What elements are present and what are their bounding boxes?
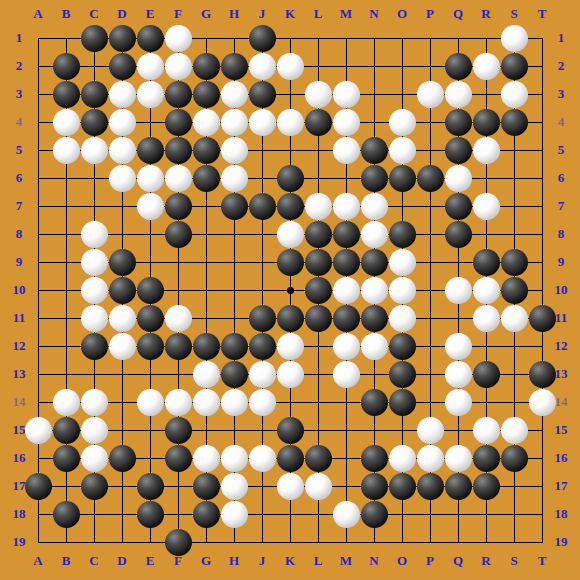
stone-white-H16[interactable] [221,445,248,472]
col-label-bottom: N [360,549,388,573]
stone-black-Q17[interactable] [445,473,472,500]
row-label-right: 10 [547,278,575,302]
stone-black-E1[interactable] [137,25,164,52]
stone-white-P15[interactable] [417,417,444,444]
stone-white-O4[interactable] [389,109,416,136]
row-label-right: 7 [547,194,575,218]
stone-white-Q6[interactable] [445,165,472,192]
stone-black-K7[interactable] [277,193,304,220]
stone-black-O14[interactable] [389,389,416,416]
stone-black-L8[interactable] [305,221,332,248]
stone-white-F11[interactable] [165,305,192,332]
stone-white-S11[interactable] [501,305,528,332]
stone-black-L4[interactable] [305,109,332,136]
stone-white-D11[interactable] [109,305,136,332]
stone-white-K17[interactable] [277,473,304,500]
row-label-right: 17 [547,474,575,498]
stone-black-F19[interactable] [165,529,192,556]
stone-white-L7[interactable] [305,193,332,220]
stone-white-E14[interactable] [137,389,164,416]
stone-white-Q14[interactable] [445,389,472,416]
stone-black-J1[interactable] [249,25,276,52]
stone-black-G6[interactable] [193,165,220,192]
stone-white-C9[interactable] [81,249,108,276]
stone-black-E11[interactable] [137,305,164,332]
row-label-left: 2 [5,54,33,78]
stone-black-S16[interactable] [501,445,528,472]
stone-black-G12[interactable] [193,333,220,360]
stone-white-D4[interactable] [109,109,136,136]
stone-black-C12[interactable] [81,333,108,360]
col-label-top: B [52,2,80,26]
stone-white-J13[interactable] [249,361,276,388]
stone-black-D10[interactable] [109,277,136,304]
stone-black-J7[interactable] [249,193,276,220]
row-label-right: 1 [547,26,575,50]
stone-white-K4[interactable] [277,109,304,136]
stone-black-S10[interactable] [501,277,528,304]
col-label-top: L [304,2,332,26]
stone-black-F15[interactable] [165,417,192,444]
row-label-left: 6 [5,166,33,190]
stone-black-G2[interactable] [193,53,220,80]
col-label-top: N [360,2,388,26]
stone-white-Q16[interactable] [445,445,472,472]
row-label-left: 18 [5,502,33,526]
stone-black-J11[interactable] [249,305,276,332]
row-label-right: 9 [547,250,575,274]
row-label-left: 7 [5,194,33,218]
stone-black-L10[interactable] [305,277,332,304]
stone-black-G3[interactable] [193,81,220,108]
row-label-left: 3 [5,82,33,106]
stone-black-T11[interactable] [529,305,556,332]
stone-black-O13[interactable] [389,361,416,388]
stone-black-Q2[interactable] [445,53,472,80]
stone-black-P17[interactable] [417,473,444,500]
stone-black-R16[interactable] [473,445,500,472]
row-label-left: 9 [5,250,33,274]
stone-black-F12[interactable] [165,333,192,360]
stone-white-S15[interactable] [501,417,528,444]
stone-white-R7[interactable] [473,193,500,220]
stone-white-M13[interactable] [333,361,360,388]
stone-white-Q12[interactable] [445,333,472,360]
col-label-top: E [136,2,164,26]
stone-white-C14[interactable] [81,389,108,416]
stone-black-P6[interactable] [417,165,444,192]
stone-black-S4[interactable] [501,109,528,136]
stone-black-D9[interactable] [109,249,136,276]
stone-black-F8[interactable] [165,221,192,248]
stone-white-O5[interactable] [389,137,416,164]
stone-white-C11[interactable] [81,305,108,332]
stone-black-N14[interactable] [361,389,388,416]
row-label-right: 4 [547,110,575,134]
stone-white-C16[interactable] [81,445,108,472]
stone-black-R9[interactable] [473,249,500,276]
stone-black-M8[interactable] [333,221,360,248]
col-label-bottom: O [388,549,416,573]
stone-black-R4[interactable] [473,109,500,136]
stone-white-M12[interactable] [333,333,360,360]
stone-black-F7[interactable] [165,193,192,220]
stone-black-Q4[interactable] [445,109,472,136]
row-label-right: 2 [547,54,575,78]
row-label-left: 12 [5,334,33,358]
col-label-bottom: J [248,549,276,573]
stone-white-M4[interactable] [333,109,360,136]
stone-white-F1[interactable] [165,25,192,52]
stone-white-R11[interactable] [473,305,500,332]
stone-black-E12[interactable] [137,333,164,360]
stone-black-E18[interactable] [137,501,164,528]
stone-black-C3[interactable] [81,81,108,108]
row-label-left: 14 [5,390,33,414]
col-label-top: C [80,2,108,26]
col-label-top: O [388,2,416,26]
stone-black-Q7[interactable] [445,193,472,220]
stone-black-C17[interactable] [81,473,108,500]
stone-black-D2[interactable] [109,53,136,80]
stone-white-G4[interactable] [193,109,220,136]
col-label-top: M [332,2,360,26]
stone-white-G13[interactable] [193,361,220,388]
stone-black-L9[interactable] [305,249,332,276]
col-label-bottom: E [136,549,164,573]
stone-black-H12[interactable] [221,333,248,360]
row-label-left: 19 [5,530,33,554]
stone-black-D1[interactable] [109,25,136,52]
stone-white-E6[interactable] [137,165,164,192]
stone-black-F16[interactable] [165,445,192,472]
row-label-left: 11 [5,306,33,330]
stone-white-L17[interactable] [305,473,332,500]
stone-white-C10[interactable] [81,277,108,304]
stone-black-K15[interactable] [277,417,304,444]
stone-black-L16[interactable] [305,445,332,472]
stone-white-R5[interactable] [473,137,500,164]
col-label-top: A [24,2,52,26]
stone-white-O9[interactable] [389,249,416,276]
stone-black-Q5[interactable] [445,137,472,164]
stone-white-M7[interactable] [333,193,360,220]
stone-black-E5[interactable] [137,137,164,164]
stone-black-N11[interactable] [361,305,388,332]
stone-white-E3[interactable] [137,81,164,108]
stone-black-C1[interactable] [81,25,108,52]
stone-white-K8[interactable] [277,221,304,248]
stone-white-O16[interactable] [389,445,416,472]
stone-white-G14[interactable] [193,389,220,416]
col-label-bottom: K [276,549,304,573]
stone-white-R10[interactable] [473,277,500,304]
stone-white-J2[interactable] [249,53,276,80]
stone-black-T13[interactable] [529,361,556,388]
stone-white-Q10[interactable] [445,277,472,304]
col-label-top: P [416,2,444,26]
stone-white-E7[interactable] [137,193,164,220]
stone-black-K11[interactable] [277,305,304,332]
stone-black-R17[interactable] [473,473,500,500]
stone-white-N12[interactable] [361,333,388,360]
stone-black-F3[interactable] [165,81,192,108]
stone-black-H13[interactable] [221,361,248,388]
stone-white-C8[interactable] [81,221,108,248]
row-label-left: 16 [5,446,33,470]
stone-black-N17[interactable] [361,473,388,500]
stone-white-K13[interactable] [277,361,304,388]
col-label-bottom: S [500,549,528,573]
stone-white-P16[interactable] [417,445,444,472]
stone-black-O8[interactable] [389,221,416,248]
stone-white-F14[interactable] [165,389,192,416]
stone-white-Q13[interactable] [445,361,472,388]
stone-black-Q8[interactable] [445,221,472,248]
stone-white-H18[interactable] [221,501,248,528]
stone-white-H6[interactable] [221,165,248,192]
stone-white-D12[interactable] [109,333,136,360]
stone-white-D3[interactable] [109,81,136,108]
col-label-bottom: Q [444,549,472,573]
col-label-top: H [220,2,248,26]
col-label-top: S [500,2,528,26]
stone-white-H5[interactable] [221,137,248,164]
row-label-left: 13 [5,362,33,386]
stone-black-L11[interactable] [305,305,332,332]
row-label-left: 10 [5,278,33,302]
stone-black-O17[interactable] [389,473,416,500]
stone-black-R13[interactable] [473,361,500,388]
row-label-left: 1 [5,26,33,50]
stone-white-H17[interactable] [221,473,248,500]
stone-white-O11[interactable] [389,305,416,332]
col-label-top: K [276,2,304,26]
row-label-right: 15 [547,418,575,442]
stone-black-G18[interactable] [193,501,220,528]
row-label-left: 5 [5,138,33,162]
stone-black-F5[interactable] [165,137,192,164]
stone-white-M5[interactable] [333,137,360,164]
row-label-right: 12 [547,334,575,358]
stone-black-N6[interactable] [361,165,388,192]
row-label-right: 3 [547,82,575,106]
stone-black-C4[interactable] [81,109,108,136]
row-label-right: 6 [547,166,575,190]
stone-white-G16[interactable] [193,445,220,472]
stone-black-N16[interactable] [361,445,388,472]
stone-white-Q3[interactable] [445,81,472,108]
stone-white-J14[interactable] [249,389,276,416]
stone-black-M11[interactable] [333,305,360,332]
col-label-bottom: P [416,549,444,573]
stone-black-B18[interactable] [53,501,80,528]
stone-black-O6[interactable] [389,165,416,192]
stone-black-B3[interactable] [53,81,80,108]
col-label-top: F [164,2,192,26]
stone-white-B14[interactable] [53,389,80,416]
stone-white-L3[interactable] [305,81,332,108]
row-label-right: 16 [547,446,575,470]
stone-white-D6[interactable] [109,165,136,192]
stone-white-D5[interactable] [109,137,136,164]
col-label-top: R [472,2,500,26]
stone-black-J3[interactable] [249,81,276,108]
stone-white-N10[interactable] [361,277,388,304]
stone-white-O10[interactable] [389,277,416,304]
stone-black-D16[interactable] [109,445,136,472]
stone-white-P3[interactable] [417,81,444,108]
stone-white-S1[interactable] [501,25,528,52]
stone-black-N18[interactable] [361,501,388,528]
stone-black-B2[interactable] [53,53,80,80]
stone-black-K6[interactable] [277,165,304,192]
stone-white-F6[interactable] [165,165,192,192]
col-label-bottom: H [220,549,248,573]
stone-black-A17[interactable] [25,473,52,500]
stone-white-H3[interactable] [221,81,248,108]
stone-black-B16[interactable] [53,445,80,472]
stone-white-F2[interactable] [165,53,192,80]
col-label-top: Q [444,2,472,26]
col-label-top: J [248,2,276,26]
stone-black-F4[interactable] [165,109,192,136]
stone-white-C15[interactable] [81,417,108,444]
stone-black-N9[interactable] [361,249,388,276]
col-label-top: D [108,2,136,26]
col-label-bottom: B [52,549,80,573]
stone-black-K9[interactable] [277,249,304,276]
stone-black-B15[interactable] [53,417,80,444]
stone-white-R15[interactable] [473,417,500,444]
stone-black-S2[interactable] [501,53,528,80]
row-label-right: 5 [547,138,575,162]
stone-white-N7[interactable] [361,193,388,220]
row-label-right: 18 [547,502,575,526]
stone-black-O12[interactable] [389,333,416,360]
stone-black-M9[interactable] [333,249,360,276]
stone-white-B4[interactable] [53,109,80,136]
stone-white-B5[interactable] [53,137,80,164]
stone-white-A15[interactable] [25,417,52,444]
stone-black-S9[interactable] [501,249,528,276]
stone-white-M10[interactable] [333,277,360,304]
stone-black-E17[interactable] [137,473,164,500]
stone-white-H4[interactable] [221,109,248,136]
stone-black-N5[interactable] [361,137,388,164]
col-label-top: T [528,2,556,26]
hoshi-point [287,287,294,294]
stone-black-G17[interactable] [193,473,220,500]
col-label-bottom: R [472,549,500,573]
stone-white-K12[interactable] [277,333,304,360]
stone-black-H2[interactable] [221,53,248,80]
col-label-bottom: C [80,549,108,573]
col-label-bottom: M [332,549,360,573]
row-label-right: 8 [547,222,575,246]
row-label-right: 19 [547,530,575,554]
stone-white-J4[interactable] [249,109,276,136]
stone-white-K2[interactable] [277,53,304,80]
stone-white-S3[interactable] [501,81,528,108]
stone-white-M18[interactable] [333,501,360,528]
stone-white-E2[interactable] [137,53,164,80]
stone-black-K16[interactable] [277,445,304,472]
stone-black-E10[interactable] [137,277,164,304]
stone-white-H14[interactable] [221,389,248,416]
col-label-bottom: D [108,549,136,573]
col-label-bottom: G [192,549,220,573]
go-board: AABBCCDDEEFFGGHHJJKKLLMMNNOOPPQQRRSSTT11… [0,0,580,580]
row-label-left: 4 [5,110,33,134]
col-label-bottom: L [304,549,332,573]
col-label-top: G [192,2,220,26]
stone-white-J16[interactable] [249,445,276,472]
stone-white-M3[interactable] [333,81,360,108]
stone-white-T14[interactable] [529,389,556,416]
row-label-left: 8 [5,222,33,246]
stone-white-R2[interactable] [473,53,500,80]
stone-black-H7[interactable] [221,193,248,220]
stone-white-C5[interactable] [81,137,108,164]
stone-black-J12[interactable] [249,333,276,360]
stone-white-N8[interactable] [361,221,388,248]
stone-black-G5[interactable] [193,137,220,164]
